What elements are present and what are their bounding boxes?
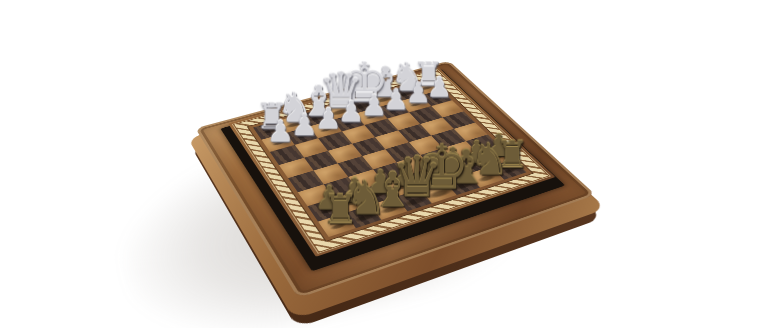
piece-white-pawn-g2: ♟ [394, 80, 443, 107]
square-h3 [431, 100, 464, 117]
piece-contact-shadow [419, 85, 435, 92]
product-photo: ♜♞♝♛♚♝♞♜♟♟♟♟♟♟♟♟♟♟♟♟♟♟♟♟♜♞♝♛♚♝♞♜ [0, 0, 768, 328]
piece-white-pawn-a2: ♟ [254, 118, 306, 147]
square-e2: ♟ [355, 107, 387, 125]
piece-contact-shadow [430, 96, 444, 102]
square-c2: ♟ [309, 120, 342, 138]
piece-white-queen-d1: ♛ [317, 67, 367, 114]
chess-board: ♜♞♝♛♚♝♞♜♟♟♟♟♟♟♟♟♟♟♟♟♟♟♟♟♜♞♝♛♚♝♞♜ [195, 61, 595, 298]
square-h2: ♟ [420, 90, 452, 107]
piece-contact-shadow [409, 102, 423, 108]
piece-contact-shadow [387, 108, 401, 114]
square-e1: ♚ [345, 97, 377, 114]
piece-contact-shadow [396, 90, 415, 98]
square-g1: ♞ [389, 85, 421, 101]
piece-white-king-e1: ♚ [339, 57, 388, 108]
piece-contact-shadow [327, 107, 352, 117]
piece-white-knight-g1: ♞ [383, 59, 431, 96]
piece-contact-shadow [365, 114, 379, 120]
square-d1: ♛ [323, 103, 355, 120]
square-h4 [442, 111, 475, 129]
piece-white-pawn-d2: ♟ [326, 98, 377, 126]
piece-contact-shadow [306, 114, 327, 123]
square-f3 [387, 112, 420, 130]
stage: ♜♞♝♛♚♝♞♜♟♟♟♟♟♟♟♟♟♟♟♟♟♟♟♟♜♞♝♛♚♝♞♜ [0, 0, 768, 328]
piece-white-pawn-f2: ♟ [371, 86, 421, 113]
piece-contact-shadow [374, 96, 394, 104]
square-f2: ♟ [377, 101, 409, 118]
piece-contact-shadow [342, 120, 356, 126]
square-d2: ♟ [332, 114, 365, 132]
square-f1: ♝ [367, 91, 399, 108]
square-h1: ♜ [410, 79, 441, 95]
square-e3 [365, 119, 398, 137]
piece-white-bishop-f1: ♝ [362, 63, 411, 102]
square-g3 [409, 106, 442, 124]
piece-white-pawn-e2: ♟ [349, 92, 399, 119]
piece-contact-shadow [319, 127, 334, 133]
piece-contact-shadow [349, 100, 376, 111]
square-d3 [342, 125, 375, 144]
piece-white-pawn-h2: ♟ [415, 74, 464, 101]
square-g2: ♟ [399, 95, 431, 112]
piece-white-bishop-c1: ♝ [294, 81, 344, 121]
piece-white-rook-h1: ♜ [405, 59, 453, 90]
piece-white-pawn-c2: ♟ [303, 105, 354, 133]
piece-black-rook-a8: ♜ [311, 191, 369, 229]
